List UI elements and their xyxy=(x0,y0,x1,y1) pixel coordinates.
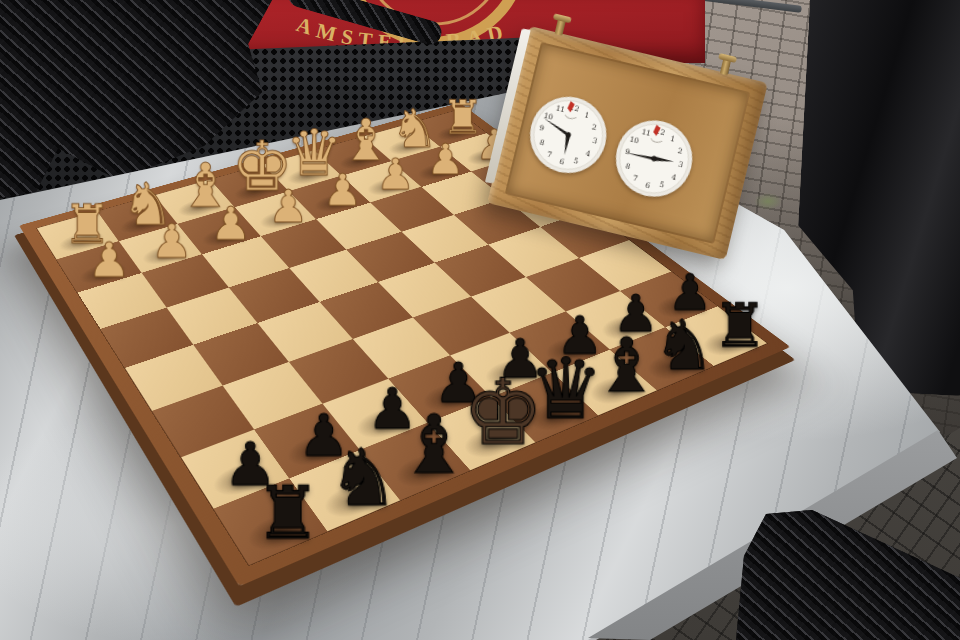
piece-white-pawn[interactable]: ♟ xyxy=(139,219,204,262)
piece-white-pawn[interactable]: ♟ xyxy=(365,154,425,194)
piece-white-pawn[interactable]: ♟ xyxy=(312,169,373,210)
piece-white-pawn[interactable]: ♟ xyxy=(257,185,319,226)
clock-dial-left: 121234567891011 xyxy=(521,88,615,182)
clock-panel: 121234567891011 121234567891011 xyxy=(505,42,750,244)
piece-black-rook[interactable]: ♜ xyxy=(244,479,331,546)
piece-white-pawn[interactable]: ♟ xyxy=(76,238,142,282)
piece-white-pawn[interactable]: ♟ xyxy=(199,202,263,244)
piece-black-bishop[interactable]: ♝ xyxy=(393,409,475,484)
clock-dial-right: 121234567891011 xyxy=(607,112,701,206)
piece-black-knight[interactable]: ♞ xyxy=(321,442,405,514)
